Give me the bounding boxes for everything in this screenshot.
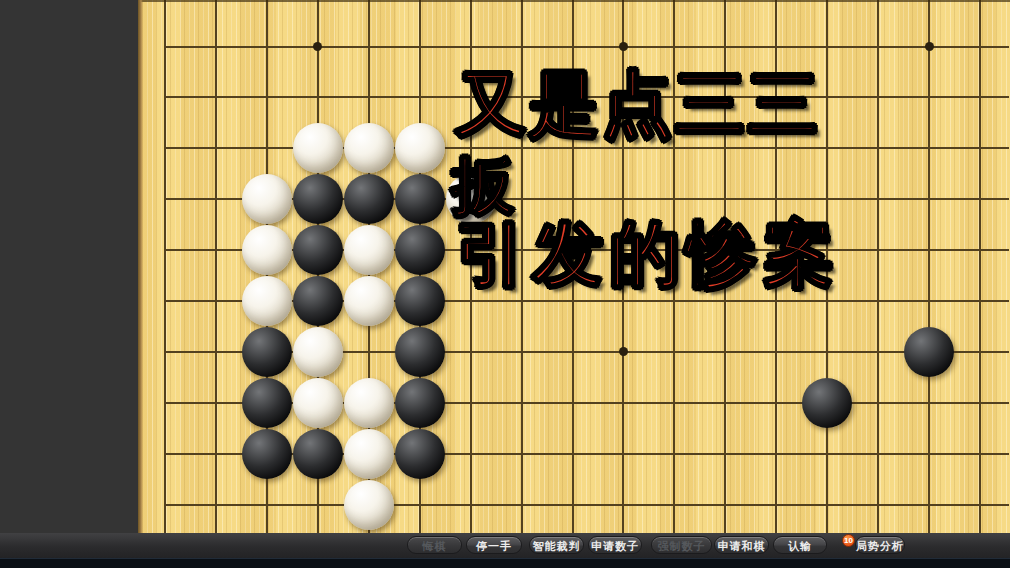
white-stone [293, 123, 343, 173]
black-stone [395, 378, 445, 428]
white-stone [242, 276, 292, 326]
black-stone [242, 327, 292, 377]
resign-button[interactable]: 认输 [773, 536, 827, 554]
white-stone [344, 378, 394, 428]
black-stone [395, 429, 445, 479]
white-stone [344, 480, 394, 530]
board-grid-line-horizontal [164, 46, 1009, 48]
black-stone [242, 378, 292, 428]
board-grid-line-horizontal [164, 504, 1009, 506]
force-count-button: 强制数子 [651, 536, 712, 554]
black-stone [395, 327, 445, 377]
go-app-screen: { "game": "go", "board": { "size": 19, "… [0, 0, 1010, 568]
black-stone [293, 276, 343, 326]
star-point [925, 42, 934, 51]
black-stone [293, 429, 343, 479]
smart-judge-button[interactable]: 智能裁判 [529, 536, 584, 554]
caption-line-3: 引发的惨案 [456, 208, 841, 302]
white-stone [293, 378, 343, 428]
black-stone [293, 174, 343, 224]
white-stone [395, 123, 445, 173]
white-stone [344, 276, 394, 326]
star-point [619, 347, 628, 356]
undo-button: 悔棋 [407, 536, 462, 554]
request-count-button[interactable]: 申请数子 [588, 536, 642, 554]
black-stone [802, 378, 852, 428]
black-stone [395, 276, 445, 326]
bottom-strip [0, 558, 1010, 568]
white-stone [344, 225, 394, 275]
analysis-badge: 10 [842, 534, 855, 547]
white-stone [344, 429, 394, 479]
black-stone [904, 327, 954, 377]
pass-button[interactable]: 停一手 [466, 536, 522, 554]
black-stone [395, 225, 445, 275]
left-panel [0, 0, 138, 568]
white-stone [242, 174, 292, 224]
white-stone [242, 225, 292, 275]
black-stone [344, 174, 394, 224]
request-draw-button[interactable]: 申请和棋 [714, 536, 769, 554]
caption-line-1: 又是点三三 [456, 58, 821, 152]
analysis-button[interactable]: 局势分析 [855, 536, 905, 554]
black-stone [293, 225, 343, 275]
toolbar: 悔棋 停一手 智能裁判 申请数子 强制数子 申请和棋 认输 局势分析 10 [0, 533, 1010, 558]
black-stone [395, 174, 445, 224]
white-stone [344, 123, 394, 173]
black-stone [242, 429, 292, 479]
star-point [619, 42, 628, 51]
star-point [313, 42, 322, 51]
white-stone [293, 327, 343, 377]
